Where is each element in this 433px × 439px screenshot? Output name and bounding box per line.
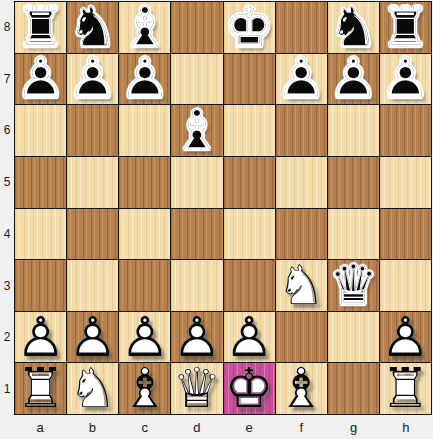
square-c4[interactable]	[119, 209, 170, 260]
square-h6[interactable]	[380, 105, 431, 156]
white-bishop-icon: ♝	[276, 363, 327, 414]
file-label-b: b	[66, 415, 118, 439]
file-labels: abcdefgh	[14, 415, 432, 439]
black-king-icon: ♚	[224, 2, 275, 53]
square-f4[interactable]	[276, 209, 327, 260]
king-outline-icon: ♔	[224, 363, 275, 414]
square-a7[interactable]: ♟♙	[15, 54, 66, 105]
square-f3[interactable]: ♞♘	[276, 260, 327, 311]
square-f7[interactable]: ♟♙	[276, 54, 327, 105]
square-g1[interactable]	[328, 363, 379, 414]
knight-outline-icon: ♘	[276, 260, 327, 311]
white-king-icon: ♚	[224, 363, 275, 414]
square-a5[interactable]	[15, 157, 66, 208]
file-label-d: d	[171, 415, 223, 439]
square-c3[interactable]	[119, 260, 170, 311]
square-e4[interactable]	[224, 209, 275, 260]
black-rook-icon: ♜	[15, 2, 66, 53]
piece-white-pawn[interactable]: ♟♙	[67, 312, 118, 363]
square-d4[interactable]	[171, 209, 222, 260]
square-b8[interactable]: ♞♘	[67, 2, 118, 53]
black-bishop-icon: ♝	[171, 105, 222, 156]
piece-white-rook[interactable]: ♜♖	[380, 363, 431, 414]
piece-black-pawn[interactable]: ♟♙	[328, 54, 379, 105]
square-d1[interactable]: ♛♕	[171, 363, 222, 414]
knight-outline-icon: ♘	[67, 2, 118, 53]
piece-white-pawn[interactable]: ♟♙	[119, 312, 170, 363]
square-h1[interactable]: ♜♖	[380, 363, 431, 414]
piece-black-king[interactable]: ♚♔	[224, 2, 275, 53]
rank-label-8: 8	[0, 1, 14, 53]
square-a4[interactable]	[15, 209, 66, 260]
rook-outline-icon: ♖	[15, 363, 66, 414]
square-d2[interactable]: ♟♙	[171, 312, 222, 363]
black-rook-icon: ♜	[380, 2, 431, 53]
square-d6[interactable]: ♝♗	[171, 105, 222, 156]
bishop-outline-icon: ♗	[119, 2, 170, 53]
square-h7[interactable]: ♟♙	[380, 54, 431, 105]
pawn-outline-icon: ♙	[15, 54, 66, 105]
square-c6[interactable]	[119, 105, 170, 156]
white-knight-icon: ♞	[67, 363, 118, 414]
rank-label-6: 6	[0, 105, 14, 157]
piece-white-bishop[interactable]: ♝♗	[276, 363, 327, 414]
piece-black-bishop[interactable]: ♝♗	[119, 2, 170, 53]
queen-outline-icon: ♕	[171, 363, 222, 414]
chess-board[interactable]: ♜♖♞♘♝♗♚♔♞♘♜♖♟♙♟♙♟♙♟♙♟♙♟♙♝♗♞♘♛♕♟♙♟♙♟♙♟♙♟♙…	[14, 1, 432, 415]
square-h3[interactable]	[380, 260, 431, 311]
bishop-outline-icon: ♗	[171, 105, 222, 156]
rook-outline-icon: ♖	[380, 363, 431, 414]
square-g8[interactable]: ♞♘	[328, 2, 379, 53]
pawn-outline-icon: ♙	[67, 54, 118, 105]
file-label-c: c	[119, 415, 171, 439]
square-f8[interactable]	[276, 2, 327, 53]
pawn-outline-icon: ♙	[380, 312, 431, 363]
black-pawn-icon: ♟	[276, 54, 327, 105]
square-b6[interactable]	[67, 105, 118, 156]
piece-white-rook[interactable]: ♜♖	[15, 363, 66, 414]
black-pawn-icon: ♟	[67, 54, 118, 105]
square-f1[interactable]: ♝♗	[276, 363, 327, 414]
white-queen-icon: ♛	[171, 363, 222, 414]
square-h2[interactable]: ♟♙	[380, 312, 431, 363]
pawn-outline-icon: ♙	[380, 54, 431, 105]
piece-black-pawn[interactable]: ♟♙	[15, 54, 66, 105]
square-a6[interactable]	[15, 105, 66, 156]
black-queen-icon: ♛	[328, 260, 379, 311]
black-knight-icon: ♞	[328, 2, 379, 53]
square-g3[interactable]: ♛♕	[328, 260, 379, 311]
square-g6[interactable]	[328, 105, 379, 156]
square-f5[interactable]	[276, 157, 327, 208]
piece-white-pawn[interactable]: ♟♙	[15, 312, 66, 363]
bishop-outline-icon: ♗	[119, 363, 170, 414]
square-c8[interactable]: ♝♗	[119, 2, 170, 53]
pawn-outline-icon: ♙	[276, 54, 327, 105]
square-c5[interactable]	[119, 157, 170, 208]
square-h4[interactable]	[380, 209, 431, 260]
black-bishop-icon: ♝	[119, 2, 170, 53]
rank-label-2: 2	[0, 312, 14, 364]
chess-board-panel: 87654321 ♜♖♞♘♝♗♚♔♞♘♜♖♟♙♟♙♟♙♟♙♟♙♟♙♝♗♞♘♛♕♟…	[0, 0, 433, 439]
rank-label-4: 4	[0, 208, 14, 260]
piece-black-bishop[interactable]: ♝♗	[171, 105, 222, 156]
square-e5[interactable]	[224, 157, 275, 208]
bishop-outline-icon: ♗	[276, 363, 327, 414]
white-bishop-icon: ♝	[119, 363, 170, 414]
square-a8[interactable]: ♜♖	[15, 2, 66, 53]
square-f6[interactable]	[276, 105, 327, 156]
square-a3[interactable]	[15, 260, 66, 311]
piece-white-king[interactable]: ♚♔	[224, 363, 275, 414]
square-d7[interactable]	[171, 54, 222, 105]
square-g7[interactable]: ♟♙	[328, 54, 379, 105]
white-pawn-icon: ♟	[224, 312, 275, 363]
black-pawn-icon: ♟	[119, 54, 170, 105]
white-rook-icon: ♜	[380, 363, 431, 414]
square-h8[interactable]: ♜♖	[380, 2, 431, 53]
white-pawn-icon: ♟	[67, 312, 118, 363]
square-c1[interactable]: ♝♗	[119, 363, 170, 414]
square-e8[interactable]: ♚♔	[224, 2, 275, 53]
white-pawn-icon: ♟	[119, 312, 170, 363]
white-pawn-icon: ♟	[171, 312, 222, 363]
square-e6[interactable]	[224, 105, 275, 156]
square-d8[interactable]	[171, 2, 222, 53]
pawn-outline-icon: ♙	[224, 312, 275, 363]
white-pawn-icon: ♟	[15, 312, 66, 363]
square-b7[interactable]: ♟♙	[67, 54, 118, 105]
file-label-h: h	[380, 415, 432, 439]
square-c7[interactable]: ♟♙	[119, 54, 170, 105]
white-knight-icon: ♞	[276, 260, 327, 311]
square-b2[interactable]: ♟♙	[67, 312, 118, 363]
pawn-outline-icon: ♙	[119, 54, 170, 105]
file-label-f: f	[275, 415, 327, 439]
square-d3[interactable]	[171, 260, 222, 311]
square-b3[interactable]	[67, 260, 118, 311]
piece-white-pawn[interactable]: ♟♙	[380, 312, 431, 363]
piece-black-knight[interactable]: ♞♘	[328, 2, 379, 53]
black-pawn-icon: ♟	[15, 54, 66, 105]
square-b1[interactable]: ♞♘	[67, 363, 118, 414]
white-pawn-icon: ♟	[380, 312, 431, 363]
piece-white-knight[interactable]: ♞♘	[276, 260, 327, 311]
square-f2[interactable]	[276, 312, 327, 363]
piece-black-pawn[interactable]: ♟♙	[380, 54, 431, 105]
file-label-a: a	[14, 415, 66, 439]
piece-black-knight[interactable]: ♞♘	[67, 2, 118, 53]
pawn-outline-icon: ♙	[15, 312, 66, 363]
black-knight-icon: ♞	[67, 2, 118, 53]
piece-black-queen[interactable]: ♛♕	[328, 260, 379, 311]
knight-outline-icon: ♘	[328, 2, 379, 53]
square-g4[interactable]	[328, 209, 379, 260]
square-e2[interactable]: ♟♙	[224, 312, 275, 363]
piece-black-pawn[interactable]: ♟♙	[276, 54, 327, 105]
knight-outline-icon: ♘	[67, 363, 118, 414]
pawn-outline-icon: ♙	[171, 312, 222, 363]
square-h5[interactable]	[380, 157, 431, 208]
file-label-g: g	[328, 415, 380, 439]
square-b4[interactable]	[67, 209, 118, 260]
piece-white-pawn[interactable]: ♟♙	[224, 312, 275, 363]
pawn-outline-icon: ♙	[328, 54, 379, 105]
king-outline-icon: ♔	[224, 2, 275, 53]
pawn-outline-icon: ♙	[67, 312, 118, 363]
square-d5[interactable]	[171, 157, 222, 208]
piece-black-pawn[interactable]: ♟♙	[119, 54, 170, 105]
rank-label-3: 3	[0, 260, 14, 312]
rank-label-5: 5	[0, 156, 14, 208]
white-rook-icon: ♜	[15, 363, 66, 414]
queen-outline-icon: ♕	[328, 260, 379, 311]
square-g5[interactable]	[328, 157, 379, 208]
square-b5[interactable]	[67, 157, 118, 208]
file-label-e: e	[223, 415, 275, 439]
square-a1[interactable]: ♜♖	[15, 363, 66, 414]
rook-outline-icon: ♖	[380, 2, 431, 53]
square-e3[interactable]	[224, 260, 275, 311]
piece-white-knight[interactable]: ♞♘	[67, 363, 118, 414]
piece-black-pawn[interactable]: ♟♙	[67, 54, 118, 105]
square-e1[interactable]: ♚♔	[224, 363, 275, 414]
black-pawn-icon: ♟	[380, 54, 431, 105]
piece-black-rook[interactable]: ♜♖	[380, 2, 431, 53]
piece-white-bishop[interactable]: ♝♗	[119, 363, 170, 414]
square-e7[interactable]	[224, 54, 275, 105]
piece-white-queen[interactable]: ♛♕	[171, 363, 222, 414]
square-a2[interactable]: ♟♙	[15, 312, 66, 363]
pawn-outline-icon: ♙	[119, 312, 170, 363]
piece-white-pawn[interactable]: ♟♙	[171, 312, 222, 363]
piece-black-rook[interactable]: ♜♖	[15, 2, 66, 53]
square-g2[interactable]	[328, 312, 379, 363]
rank-labels: 87654321	[0, 1, 14, 415]
rank-label-1: 1	[0, 363, 14, 415]
black-pawn-icon: ♟	[328, 54, 379, 105]
rook-outline-icon: ♖	[15, 2, 66, 53]
square-c2[interactable]: ♟♙	[119, 312, 170, 363]
rank-label-7: 7	[0, 53, 14, 105]
